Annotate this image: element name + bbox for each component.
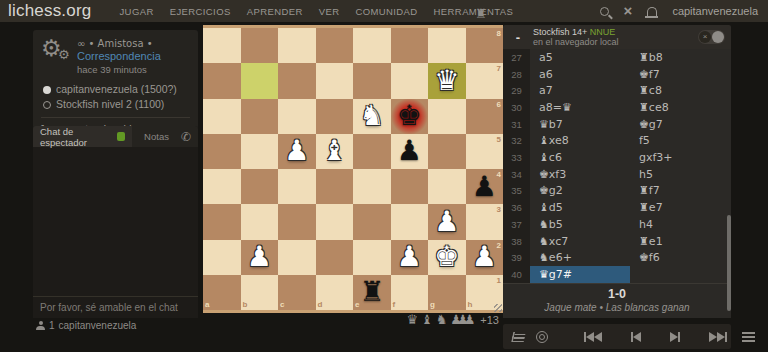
square-f2[interactable]: ♟ <box>391 240 429 275</box>
nav-item-aprender[interactable]: APRENDER <box>247 6 303 17</box>
black-pawn[interactable]: ♟ <box>472 173 497 201</box>
captured-queen: ♛ <box>406 313 418 326</box>
square-d5[interactable]: ♝ <box>316 134 354 169</box>
result-block: 1-0 Jaque mate • Las blancas ganan <box>503 283 731 318</box>
engine-toggle-knob <box>712 31 724 43</box>
square-b2[interactable]: ♟ <box>241 240 279 275</box>
black-player-name: Stockfish nivel 2 (1100) <box>56 97 164 112</box>
square-a2[interactable] <box>203 240 241 275</box>
spectators-row: 1 capitanvenezuela <box>36 320 136 331</box>
black-captured-pieces: ♜ <box>475 6 487 21</box>
square-f7[interactable] <box>391 63 429 98</box>
white-pawn[interactable]: ♟ <box>434 208 459 236</box>
game-info-box: ⚙⚙ ∞ • Amistosa • Correspondencia hace 3… <box>33 30 198 141</box>
move-white-29[interactable]: a7 <box>530 82 630 99</box>
square-f4[interactable] <box>391 169 429 204</box>
eval-value: - <box>503 30 533 45</box>
move-number: 34 <box>503 166 530 183</box>
coord-file-b: b <box>243 300 248 309</box>
move-number: 37 <box>503 216 530 233</box>
move-white-30[interactable]: a8=♛ <box>530 99 630 116</box>
phone-icon[interactable]: ✆ <box>181 130 191 144</box>
square-f6[interactable]: ♚ <box>391 99 429 134</box>
square-c2[interactable] <box>278 240 316 275</box>
white-player-row[interactable]: capitanvenezuela (1500?) <box>43 82 188 97</box>
square-h6[interactable]: 6 <box>466 99 504 134</box>
coord-rank-4: 4 <box>497 170 501 179</box>
white-knight[interactable]: ♞ <box>359 102 384 130</box>
move-number: 33 <box>503 149 530 166</box>
move-white-27[interactable]: a5 <box>530 49 630 66</box>
square-e5[interactable] <box>353 134 391 169</box>
coord-rank-1: 1 <box>497 276 501 285</box>
square-d2[interactable] <box>316 240 354 275</box>
next-move-button[interactable] <box>670 332 680 342</box>
move-number: 30 <box>503 99 530 116</box>
book-icon[interactable] <box>511 332 526 342</box>
white-pawn[interactable]: ♟ <box>397 243 422 271</box>
square-g5[interactable] <box>428 134 466 169</box>
square-b7[interactable] <box>241 63 279 98</box>
square-a3[interactable] <box>203 204 241 239</box>
person-icon <box>36 321 45 330</box>
move-black-37[interactable]: h4 <box>630 216 731 233</box>
nav-menu: JUGAREJERCICIOSAPRENDERVERCOMUNIDADHERRA… <box>119 6 513 17</box>
coord-file-c: c <box>280 300 284 309</box>
game-variant: ∞ • Amistosa • <box>77 37 161 50</box>
move-number: 38 <box>503 233 530 250</box>
control-bar <box>503 324 731 349</box>
square-c1[interactable]: c <box>278 275 316 310</box>
square-h7[interactable]: 7 <box>466 63 504 98</box>
move-black-29[interactable]: ♜c8 <box>630 82 731 99</box>
square-c8[interactable] <box>278 28 316 63</box>
move-white-36[interactable]: ♝d5 <box>530 199 630 216</box>
notifications-bell-icon[interactable] <box>647 7 657 16</box>
square-h2[interactable]: ♟2 <box>466 240 504 275</box>
square-a7[interactable] <box>203 63 241 98</box>
square-d1[interactable]: d <box>316 275 354 310</box>
square-h3[interactable]: 3 <box>466 204 504 239</box>
nav-item-ver[interactable]: VER <box>319 6 340 17</box>
engine-toggle-off-icon: × <box>699 31 711 43</box>
captured-pawn: ♟ <box>464 313 476 326</box>
nav-item-jugar[interactable]: JUGAR <box>119 6 153 17</box>
black-king[interactable]: ♚ <box>397 102 422 130</box>
square-h4[interactable]: ♟4 <box>466 169 504 204</box>
square-e1[interactable]: ♜e <box>353 275 391 310</box>
square-e6[interactable]: ♞ <box>353 99 391 134</box>
move-black-32[interactable]: f5 <box>630 133 731 150</box>
move-white-34[interactable]: ♚xf3 <box>530 166 630 183</box>
move-white-32[interactable]: ♝xe8 <box>530 133 630 150</box>
move-white-37[interactable]: ♞b5 <box>530 216 630 233</box>
square-b6[interactable] <box>241 99 279 134</box>
square-f5[interactable]: ♟ <box>391 134 429 169</box>
board-resize-handle[interactable] <box>494 304 502 312</box>
square-g4[interactable] <box>428 169 466 204</box>
move-number: 32 <box>503 133 530 150</box>
move-black-39[interactable]: ♚f6 <box>630 249 731 266</box>
move-black-38[interactable]: ♜e1 <box>630 233 731 250</box>
captured-knight: ♞ <box>436 313 448 326</box>
chess-board[interactable]: 8♛7♞♚6♟♝♟5♟4♟3♟♟♚♟2abcd♜efgh1 <box>203 28 503 310</box>
square-e4[interactable] <box>353 169 391 204</box>
white-player-name: capitanvenezuela (1500?) <box>56 82 177 97</box>
square-a1[interactable]: a <box>203 275 241 310</box>
white-king[interactable]: ♚ <box>434 243 459 271</box>
square-b4[interactable] <box>241 169 279 204</box>
coord-file-d: d <box>318 300 323 309</box>
move-black-31[interactable]: ♚g7 <box>630 116 731 133</box>
engine-toggle[interactable]: × <box>698 30 725 44</box>
black-rook[interactable]: ♜ <box>359 278 384 306</box>
engine-subtitle: en el navegador local <box>533 37 619 48</box>
engine-name: Stockfish 14+ <box>533 27 587 37</box>
coord-file-e: e <box>355 300 359 309</box>
black-color-icon <box>43 101 51 109</box>
square-a5[interactable] <box>203 134 241 169</box>
coord-rank-3: 3 <box>497 205 501 214</box>
square-f1[interactable]: f <box>391 275 429 310</box>
move-white-31[interactable]: ♛b7 <box>530 116 630 133</box>
square-b3[interactable] <box>241 204 279 239</box>
nav-username[interactable]: capitanvenezuela <box>672 5 758 17</box>
top-nav: lichess.org JUGAREJERCICIOSAPRENDERVERCO… <box>0 0 768 22</box>
white-bishop[interactable]: ♝ <box>322 137 347 165</box>
lichess-logo[interactable]: lichess.org <box>8 1 91 21</box>
square-b1[interactable]: b <box>241 275 279 310</box>
coord-rank-2: 2 <box>497 241 501 250</box>
move-white-38[interactable]: ♞xc7 <box>530 233 630 250</box>
chat-box: Chat de espectador Notas ✆ <box>33 126 198 318</box>
square-a6[interactable] <box>203 99 241 134</box>
square-a8[interactable] <box>203 28 241 63</box>
move-black-40[interactable] <box>630 266 731 283</box>
move-black-28[interactable]: ♚f7 <box>630 66 731 83</box>
square-b8[interactable] <box>241 28 279 63</box>
square-d4[interactable] <box>316 169 354 204</box>
nav-item-herramientas[interactable]: HERRAMIENTAS <box>434 6 514 17</box>
analysis-panel: - Stockfish 14+ NNUE en el navegador loc… <box>503 25 731 349</box>
square-g3[interactable]: ♟ <box>428 204 466 239</box>
move-black-30[interactable]: ♜ce8 <box>630 99 731 116</box>
result-score: 1-0 <box>503 286 731 302</box>
square-f3[interactable] <box>391 204 429 239</box>
coord-rank-7: 7 <box>497 64 501 73</box>
move-white-35[interactable]: ♚g2 <box>530 183 630 200</box>
move-number: 28 <box>503 66 530 83</box>
move-white-39[interactable]: ♞e6+ <box>530 249 630 266</box>
menu-icon[interactable] <box>742 332 755 342</box>
square-c7[interactable] <box>278 63 316 98</box>
notes-tab-label: Notas <box>144 131 169 142</box>
tab-spectator-chat[interactable]: Chat de espectador <box>33 126 132 147</box>
game-speed-link[interactable]: Correspondencia <box>77 50 161 63</box>
square-e3[interactable] <box>353 204 391 239</box>
square-c4[interactable] <box>278 169 316 204</box>
white-color-icon <box>43 86 51 94</box>
previous-move-button[interactable] <box>631 332 641 342</box>
move-black-33[interactable]: gxf3+ <box>630 149 731 166</box>
first-move-button[interactable] <box>584 332 602 342</box>
white-pawn[interactable]: ♟ <box>472 243 497 271</box>
square-d8[interactable] <box>316 28 354 63</box>
square-g2[interactable]: ♚ <box>428 240 466 275</box>
square-h5[interactable]: 5 <box>466 134 504 169</box>
engine-bar: - Stockfish 14+ NNUE en el navegador loc… <box>503 25 731 49</box>
white-captured-pieces: ♛♝♞♟♟♟+13 <box>203 313 499 326</box>
square-f8[interactable] <box>391 28 429 63</box>
nav-item-comunidad[interactable]: COMUNIDAD <box>355 6 417 17</box>
square-h8[interactable]: 8 <box>466 28 504 63</box>
move-white-33[interactable]: ♝c6 <box>530 149 630 166</box>
move-number: 40 <box>503 266 530 283</box>
engine-gears-icon: ⚙⚙ <box>41 37 77 60</box>
tab-notes[interactable]: Notas <box>132 126 181 147</box>
move-number: 27 <box>503 49 530 66</box>
move-list-scrollbar[interactable] <box>727 215 731 311</box>
coord-file-f: f <box>393 300 396 309</box>
captured-bishop: ♝ <box>421 313 433 326</box>
spectator-names[interactable]: capitanvenezuela <box>59 320 137 331</box>
white-queen[interactable]: ♛ <box>434 67 459 95</box>
chat-toggle-icon[interactable] <box>117 132 125 141</box>
white-pawn[interactable]: ♟ <box>247 243 272 271</box>
square-d7[interactable] <box>316 63 354 98</box>
game-time-ago: hace 39 minutos <box>77 63 161 76</box>
square-g6[interactable] <box>428 99 466 134</box>
coord-rank-8: 8 <box>497 29 501 38</box>
square-e8[interactable] <box>353 28 391 63</box>
square-g1[interactable]: g <box>428 275 466 310</box>
white-pawn[interactable]: ♟ <box>284 137 309 165</box>
move-white-28[interactable]: a6 <box>530 66 630 83</box>
move-black-34[interactable]: h5 <box>630 166 731 183</box>
square-c6[interactable] <box>278 99 316 134</box>
move-number: 35 <box>503 183 530 200</box>
move-black-27[interactable]: ♜b8 <box>630 49 731 66</box>
move-black-35[interactable]: ♜f7 <box>630 183 731 200</box>
chess-board-wrap: 8♛7♞♚6♟♝♟5♟4♟3♟♟♚♟2abcd♜efgh1 <box>203 25 503 313</box>
black-pawn[interactable]: ♟ <box>397 137 422 165</box>
move-black-36[interactable]: ♜e7 <box>630 199 731 216</box>
square-c5[interactable]: ♟ <box>278 134 316 169</box>
move-number: 39 <box>503 249 530 266</box>
challenges-icon[interactable]: × <box>624 5 633 17</box>
divider <box>41 117 190 118</box>
target-icon[interactable] <box>536 331 548 343</box>
black-player-row[interactable]: Stockfish nivel 2 (1100) <box>43 97 188 112</box>
move-number: 31 <box>503 116 530 133</box>
engine-nnue-label: NNUE <box>590 27 616 37</box>
coord-rank-5: 5 <box>497 135 501 144</box>
material-advantage: +13 <box>480 314 499 326</box>
chat-input[interactable] <box>33 302 198 313</box>
square-g7[interactable]: ♛ <box>428 63 466 98</box>
move-list: 27a5♜b828a6♚f729a7♜c830a8=♛♜ce831♛b7♚g73… <box>503 49 731 283</box>
chat-messages <box>33 147 198 296</box>
square-d3[interactable] <box>316 204 354 239</box>
move-number: 29 <box>503 82 530 99</box>
square-d6[interactable] <box>316 99 354 134</box>
spectator-count: 1 <box>49 320 55 331</box>
last-move-button[interactable] <box>709 332 727 342</box>
search-icon[interactable] <box>600 7 609 16</box>
square-c3[interactable] <box>278 204 316 239</box>
nav-item-ejercicios[interactable]: EJERCICIOS <box>170 6 231 17</box>
coord-file-h: h <box>468 300 473 309</box>
square-e2[interactable] <box>353 240 391 275</box>
square-g8[interactable] <box>428 28 466 63</box>
coord-rank-6: 6 <box>497 100 501 109</box>
move-white-40[interactable]: ♛g7# <box>530 266 630 283</box>
square-a4[interactable] <box>203 169 241 204</box>
result-status: Jaque mate • Las blancas ganan <box>503 302 731 313</box>
square-e7[interactable] <box>353 63 391 98</box>
coord-file-a: a <box>205 300 209 309</box>
chat-tab-label: Chat de espectador <box>40 126 112 148</box>
coord-file-g: g <box>430 300 435 309</box>
move-number: 36 <box>503 199 530 216</box>
square-b5[interactable] <box>241 134 279 169</box>
